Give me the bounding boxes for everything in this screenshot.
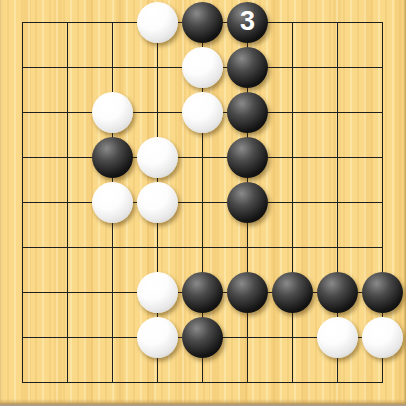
black-stone xyxy=(182,317,223,358)
black-stone xyxy=(227,137,268,178)
black-stone xyxy=(272,272,313,313)
board-edge-bottom-shadow xyxy=(0,399,406,406)
board-point xyxy=(360,180,405,225)
board-point xyxy=(225,225,270,270)
board-point xyxy=(0,225,45,270)
board-point xyxy=(315,45,360,90)
board-point xyxy=(360,45,405,90)
board-point xyxy=(180,180,225,225)
board-point xyxy=(270,270,315,315)
board-point xyxy=(45,315,90,360)
board-point xyxy=(360,315,405,360)
board-point xyxy=(135,225,180,270)
board-point xyxy=(360,0,405,45)
black-stone xyxy=(227,182,268,223)
board-point xyxy=(45,270,90,315)
white-stone xyxy=(137,137,178,178)
board-point xyxy=(225,180,270,225)
board-point xyxy=(360,270,405,315)
white-stone xyxy=(182,47,223,88)
board-point xyxy=(270,45,315,90)
black-stone xyxy=(227,92,268,133)
board-point xyxy=(360,135,405,180)
board-point xyxy=(225,45,270,90)
black-stone xyxy=(182,272,223,313)
black-stone xyxy=(92,137,133,178)
board-point xyxy=(135,0,180,45)
board-point xyxy=(180,315,225,360)
white-stone xyxy=(137,182,178,223)
board-point xyxy=(180,90,225,135)
board-point xyxy=(0,180,45,225)
move-number-label: 3 xyxy=(240,8,255,35)
board-point xyxy=(90,0,135,45)
white-stone xyxy=(182,92,223,133)
board-point xyxy=(180,0,225,45)
board-point xyxy=(90,180,135,225)
board-point xyxy=(135,270,180,315)
stones-layer: 3 xyxy=(0,0,405,405)
white-stone xyxy=(137,272,178,313)
white-stone xyxy=(92,182,133,223)
board-point xyxy=(90,90,135,135)
board-point xyxy=(90,45,135,90)
board-point xyxy=(270,90,315,135)
board-point xyxy=(180,270,225,315)
board-point xyxy=(90,315,135,360)
board-point xyxy=(0,45,45,90)
black-stone xyxy=(362,272,403,313)
board-point xyxy=(180,45,225,90)
board-point xyxy=(45,135,90,180)
board-point xyxy=(315,0,360,45)
board-point xyxy=(0,270,45,315)
board-point xyxy=(315,90,360,135)
board-point xyxy=(270,135,315,180)
board-point xyxy=(135,90,180,135)
board-point xyxy=(135,45,180,90)
white-stone xyxy=(137,317,178,358)
go-board: 3 xyxy=(0,0,406,406)
board-point xyxy=(270,225,315,270)
board-point xyxy=(135,315,180,360)
board-point xyxy=(45,0,90,45)
board-point xyxy=(315,225,360,270)
board-point xyxy=(0,315,45,360)
board-point xyxy=(0,0,45,45)
black-stone xyxy=(317,272,358,313)
board-point xyxy=(180,135,225,180)
board-point xyxy=(315,135,360,180)
board-point xyxy=(360,225,405,270)
black-stone: 3 xyxy=(227,2,268,43)
board-point xyxy=(270,0,315,45)
board-point xyxy=(270,315,315,360)
board-point xyxy=(0,90,45,135)
white-stone xyxy=(317,317,358,358)
board-point xyxy=(0,135,45,180)
board-point xyxy=(315,180,360,225)
board-point: 3 xyxy=(225,0,270,45)
board-point xyxy=(90,225,135,270)
board-point xyxy=(360,90,405,135)
board-point xyxy=(45,45,90,90)
board-point xyxy=(315,315,360,360)
board-point xyxy=(90,270,135,315)
white-stone xyxy=(137,2,178,43)
board-point xyxy=(45,90,90,135)
board-point xyxy=(90,135,135,180)
board-point xyxy=(45,225,90,270)
board-point xyxy=(225,90,270,135)
board-point xyxy=(225,135,270,180)
white-stone xyxy=(92,92,133,133)
board-point xyxy=(225,270,270,315)
board-point xyxy=(315,270,360,315)
board-point xyxy=(135,180,180,225)
black-stone xyxy=(227,47,268,88)
black-stone xyxy=(227,272,268,313)
board-point xyxy=(225,315,270,360)
black-stone xyxy=(182,2,223,43)
board-point xyxy=(180,225,225,270)
board-point xyxy=(135,135,180,180)
white-stone xyxy=(362,317,403,358)
board-edge-left-shading xyxy=(0,0,3,406)
board-point xyxy=(45,180,90,225)
board-point xyxy=(270,180,315,225)
